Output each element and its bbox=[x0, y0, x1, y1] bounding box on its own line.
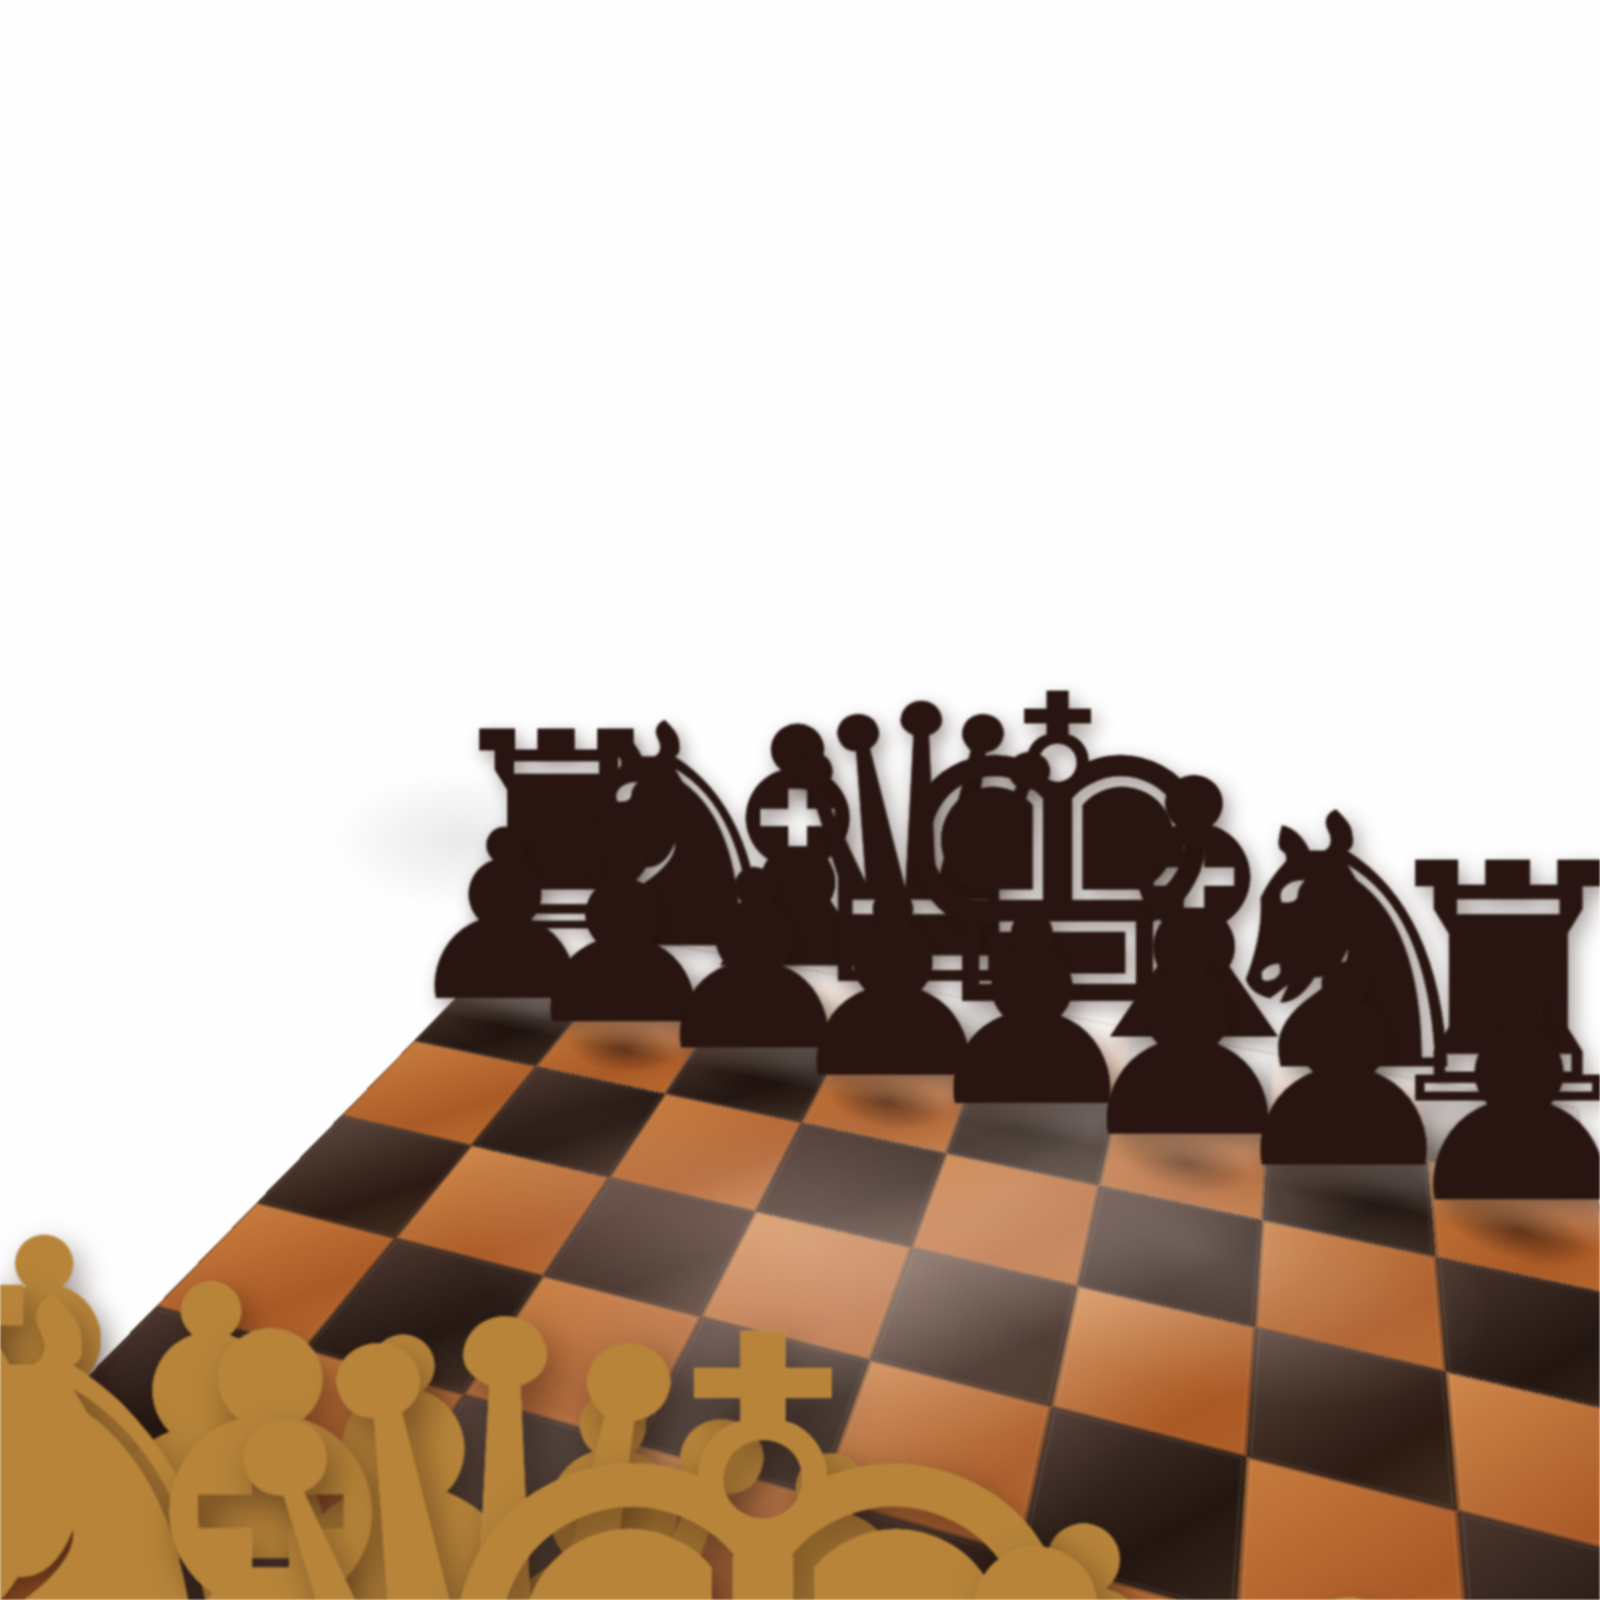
square-f8: ♝ bbox=[1118, 1028, 1274, 1130]
black-pawn-glyph: ♟ bbox=[779, 859, 1007, 1113]
black-bishop-glyph: ♝ bbox=[1034, 734, 1355, 1092]
black-knight-glyph: ♞ bbox=[536, 684, 812, 992]
square-d7: ♟ bbox=[802, 1047, 976, 1153]
piece-shadow bbox=[1281, 1073, 1414, 1148]
square-b7: ♟ bbox=[536, 999, 713, 1094]
chess-board: ♜♞♝♛♚♝♞♜♟♟♟♟♟♟♟♟♟♟♟♟♟♟♟♟♜♞♝♛♚♝♞♜ bbox=[0, 920, 1600, 1600]
black-pawn-glyph: ♟ bbox=[1067, 905, 1309, 1174]
black-pawn-glyph: ♟ bbox=[515, 818, 731, 1059]
square-h8: ♜ bbox=[1421, 1080, 1597, 1194]
square-a6 bbox=[342, 1041, 537, 1146]
piece-shadow bbox=[1276, 1153, 1420, 1242]
square-g6 bbox=[1255, 1220, 1445, 1371]
square-d8: ♛ bbox=[841, 982, 1001, 1074]
giant-chess-photo: ♜♞♝♛♚♝♞♜♟♟♟♟♟♟♟♟♟♟♟♟♟♟♟♟♜♞♝♛♚♝♞♜ bbox=[0, 0, 1600, 1600]
piece-shadow bbox=[682, 1040, 821, 1110]
black-king-glyph: ♚ bbox=[867, 641, 1247, 1065]
piece-shadow bbox=[1131, 1047, 1260, 1118]
black-rook-glyph: ♜ bbox=[1360, 822, 1600, 1152]
square-c8: ♝ bbox=[713, 960, 875, 1047]
white-knight-glyph: ♞ bbox=[1014, 1580, 1600, 1600]
piece-shadow bbox=[1443, 1185, 1600, 1279]
square-b8: ♞ bbox=[592, 940, 755, 1023]
black-pawn-glyph: ♟ bbox=[1391, 956, 1600, 1242]
piece-shadow bbox=[431, 993, 569, 1056]
square-a7: ♟ bbox=[414, 976, 592, 1066]
black-rook-glyph: ♜ bbox=[434, 697, 679, 970]
square-a8: ♜ bbox=[477, 920, 641, 999]
square-g8: ♞ bbox=[1268, 1054, 1428, 1162]
piece-shadow bbox=[493, 934, 621, 989]
square-h7: ♟ bbox=[1428, 1161, 1600, 1296]
piece-shadow bbox=[607, 955, 735, 1013]
black-bishop-glyph: ♝ bbox=[649, 685, 946, 1016]
square-c7: ♟ bbox=[665, 1022, 841, 1122]
piece-shadow bbox=[856, 998, 985, 1062]
piece-shadow bbox=[1435, 1101, 1581, 1181]
black-pawn-glyph: ♟ bbox=[400, 799, 610, 1033]
black-pawn-glyph: ♟ bbox=[643, 838, 865, 1085]
black-queen-glyph: ♛ bbox=[749, 656, 1093, 1039]
square-g7: ♟ bbox=[1262, 1130, 1436, 1257]
piece-shadow bbox=[728, 976, 857, 1037]
black-pawn-glyph: ♟ bbox=[915, 881, 1149, 1142]
square-e8: ♚ bbox=[975, 1004, 1133, 1101]
piece-shadow bbox=[818, 1066, 958, 1140]
black-pawn-glyph: ♟ bbox=[1220, 929, 1469, 1206]
piece-shadow bbox=[990, 1022, 1119, 1089]
piece-shadow bbox=[553, 1016, 692, 1083]
black-knight-glyph: ♞ bbox=[1189, 769, 1505, 1121]
scene: ♜♞♝♛♚♝♞♜♟♟♟♟♟♟♟♟♟♟♟♟♟♟♟♟♜♞♝♛♚♝♞♜ bbox=[0, 0, 1600, 1600]
